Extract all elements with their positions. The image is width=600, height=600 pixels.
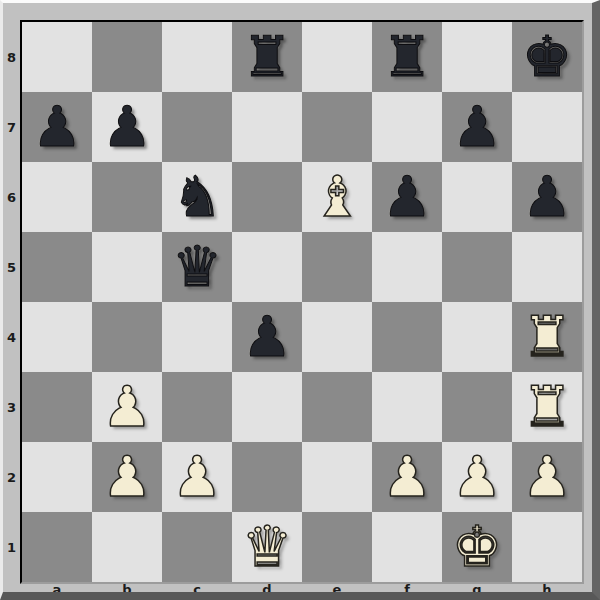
square-d5[interactable] [232, 232, 302, 302]
file-label-h: h [512, 582, 582, 596]
black-pawn-d4-piece[interactable]: ♟ [242, 302, 292, 372]
white-pawn-h2-piece[interactable]: ♟ [522, 442, 572, 512]
square-h6[interactable]: ♟ [512, 162, 582, 232]
square-g6[interactable] [442, 162, 512, 232]
square-g3[interactable] [442, 372, 512, 442]
rank-label-7: 7 [3, 92, 20, 162]
square-h5[interactable] [512, 232, 582, 302]
rank-labels: 87654321 [3, 22, 20, 582]
black-pawn-a7-piece[interactable]: ♟ [32, 92, 82, 162]
square-g5[interactable] [442, 232, 512, 302]
chess-board: ♜♜♚♟♟♟♞♝♟♟♛♟♜♟♜♟♟♟♟♟♛♚ [20, 20, 584, 584]
black-pawn-b7-piece[interactable]: ♟ [102, 92, 152, 162]
file-label-c: c [162, 582, 232, 596]
square-f4[interactable] [372, 302, 442, 372]
square-a8[interactable] [22, 22, 92, 92]
white-pawn-f2-piece[interactable]: ♟ [382, 442, 432, 512]
square-g4[interactable] [442, 302, 512, 372]
rank-label-1: 1 [3, 512, 20, 582]
file-label-g: g [442, 582, 512, 596]
white-bishop-e6-piece[interactable]: ♝ [312, 162, 362, 232]
square-a6[interactable] [22, 162, 92, 232]
square-b3[interactable]: ♟ [92, 372, 162, 442]
square-e5[interactable] [302, 232, 372, 302]
square-a1[interactable] [22, 512, 92, 582]
black-rook-d8-piece[interactable]: ♜ [242, 22, 292, 92]
square-e8[interactable] [302, 22, 372, 92]
square-b8[interactable] [92, 22, 162, 92]
square-h7[interactable] [512, 92, 582, 162]
square-g7[interactable]: ♟ [442, 92, 512, 162]
black-pawn-f6-piece[interactable]: ♟ [382, 162, 432, 232]
square-f2[interactable]: ♟ [372, 442, 442, 512]
black-king-h8-piece[interactable]: ♚ [522, 22, 572, 92]
square-b1[interactable] [92, 512, 162, 582]
square-b2[interactable]: ♟ [92, 442, 162, 512]
square-c3[interactable] [162, 372, 232, 442]
square-b5[interactable] [92, 232, 162, 302]
square-g8[interactable] [442, 22, 512, 92]
square-f6[interactable]: ♟ [372, 162, 442, 232]
file-labels: abcdefgh [22, 582, 582, 596]
square-g2[interactable]: ♟ [442, 442, 512, 512]
square-b7[interactable]: ♟ [92, 92, 162, 162]
square-b6[interactable] [92, 162, 162, 232]
black-rook-f8-piece[interactable]: ♜ [382, 22, 432, 92]
square-h3[interactable]: ♜ [512, 372, 582, 442]
square-a2[interactable] [22, 442, 92, 512]
square-a4[interactable] [22, 302, 92, 372]
rank-label-3: 3 [3, 372, 20, 442]
black-pawn-h6-piece[interactable]: ♟ [522, 162, 572, 232]
square-d7[interactable] [232, 92, 302, 162]
rank-label-2: 2 [3, 442, 20, 512]
white-pawn-b2-piece[interactable]: ♟ [102, 442, 152, 512]
rank-label-4: 4 [3, 302, 20, 372]
square-h1[interactable] [512, 512, 582, 582]
file-label-f: f [372, 582, 442, 596]
square-d6[interactable] [232, 162, 302, 232]
square-h2[interactable]: ♟ [512, 442, 582, 512]
black-pawn-g7-piece[interactable]: ♟ [452, 92, 502, 162]
square-e4[interactable] [302, 302, 372, 372]
square-d8[interactable]: ♜ [232, 22, 302, 92]
rank-label-8: 8 [3, 22, 20, 92]
square-d3[interactable] [232, 372, 302, 442]
white-rook-h3-piece[interactable]: ♜ [522, 372, 572, 442]
square-c2[interactable]: ♟ [162, 442, 232, 512]
square-e1[interactable] [302, 512, 372, 582]
square-a7[interactable]: ♟ [22, 92, 92, 162]
square-b4[interactable] [92, 302, 162, 372]
white-king-g1-piece[interactable]: ♚ [452, 512, 502, 582]
square-a3[interactable] [22, 372, 92, 442]
white-pawn-b3-piece[interactable]: ♟ [102, 372, 152, 442]
square-f7[interactable] [372, 92, 442, 162]
square-e3[interactable] [302, 372, 372, 442]
file-label-d: d [232, 582, 302, 596]
file-label-a: a [22, 582, 92, 596]
rank-label-5: 5 [3, 232, 20, 302]
square-f3[interactable] [372, 372, 442, 442]
square-a5[interactable] [22, 232, 92, 302]
square-e6[interactable]: ♝ [302, 162, 372, 232]
square-h4[interactable]: ♜ [512, 302, 582, 372]
file-label-e: e [302, 582, 372, 596]
square-c1[interactable] [162, 512, 232, 582]
square-c4[interactable] [162, 302, 232, 372]
white-pawn-c2-piece[interactable]: ♟ [172, 442, 222, 512]
square-c7[interactable] [162, 92, 232, 162]
chess-diagram-frame: ♜♜♚♟♟♟♞♝♟♟♛♟♜♟♜♟♟♟♟♟♛♚ 87654321 abcdefgh [0, 0, 600, 600]
white-queen-d1-piece[interactable]: ♛ [242, 512, 292, 582]
square-c5[interactable]: ♛ [162, 232, 232, 302]
file-label-b: b [92, 582, 162, 596]
square-d2[interactable] [232, 442, 302, 512]
square-g1[interactable]: ♚ [442, 512, 512, 582]
square-d1[interactable]: ♛ [232, 512, 302, 582]
square-h8[interactable]: ♚ [512, 22, 582, 92]
rank-label-6: 6 [3, 162, 20, 232]
square-d4[interactable]: ♟ [232, 302, 302, 372]
black-queen-c5-piece[interactable]: ♛ [172, 232, 222, 302]
white-rook-h4-piece[interactable]: ♜ [522, 302, 572, 372]
square-c6[interactable]: ♞ [162, 162, 232, 232]
white-pawn-g2-piece[interactable]: ♟ [452, 442, 502, 512]
square-f1[interactable] [372, 512, 442, 582]
black-knight-c6-piece[interactable]: ♞ [172, 162, 222, 232]
square-e2[interactable] [302, 442, 372, 512]
square-c8[interactable] [162, 22, 232, 92]
square-f8[interactable]: ♜ [372, 22, 442, 92]
square-e7[interactable] [302, 92, 372, 162]
square-f5[interactable] [372, 232, 442, 302]
